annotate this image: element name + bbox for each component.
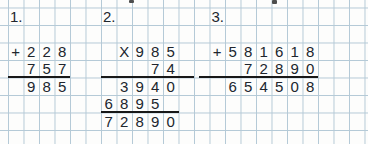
digit-cell: 8 — [303, 78, 319, 96]
digit-cell: 8 — [148, 43, 164, 61]
digit-cell: 9 — [148, 113, 164, 131]
digit-cell: 8 — [303, 43, 319, 61]
digit-cell: 6 — [225, 78, 241, 96]
digit-cell: 8 — [241, 43, 257, 61]
digit-cell: 5 — [55, 78, 71, 96]
digit-cell: 2 — [24, 43, 40, 61]
digit-cell: 2 — [39, 43, 55, 61]
answer-line — [199, 76, 318, 78]
digit-cell: 7 — [101, 113, 117, 131]
digit-cell: 4 — [148, 78, 164, 96]
digit-cell: 0 — [163, 78, 179, 96]
digit-cell: 5 — [241, 78, 257, 96]
digit-cell: 8 — [55, 43, 71, 61]
digit-cell: 9 — [132, 78, 148, 96]
answer-line — [8, 76, 70, 78]
digit-cell: 1 — [256, 43, 272, 61]
problem-number-label: 2. — [101, 8, 134, 26]
digit-cell: 9 — [24, 78, 40, 96]
digit-cell: 5 — [148, 95, 164, 113]
digit-cell: 2 — [117, 113, 133, 131]
worksheet-grid: 1.2.3.+228X985+5816187577472890985394065… — [0, 0, 368, 144]
digit-cell: 9 — [132, 95, 148, 113]
operator-cell: + — [210, 43, 226, 61]
problem-number-label: 3. — [210, 8, 243, 26]
digit-cell: 9 — [132, 43, 148, 61]
operator-cell: X — [117, 43, 133, 61]
digit-cell: 5 — [225, 43, 241, 61]
digit-cell: 0 — [163, 113, 179, 131]
digit-cell: 6 — [272, 43, 288, 61]
digit-cell: 6 — [101, 95, 117, 113]
digit-cell: 5 — [163, 43, 179, 61]
digit-cell: 1 — [287, 43, 303, 61]
digit-cell: 8 — [132, 113, 148, 131]
digit-cell: 5 — [272, 78, 288, 96]
digit-cell: 0 — [287, 78, 303, 96]
digit-cell: 8 — [39, 78, 55, 96]
digit-cell: 4 — [256, 78, 272, 96]
digit-cell: 3 — [117, 78, 133, 96]
answer-line — [101, 111, 179, 113]
problem-number-label: 1. — [8, 8, 41, 26]
stray-mark — [272, 0, 277, 4]
digit-cell: 8 — [117, 95, 133, 113]
answer-line — [101, 76, 194, 78]
stray-mark — [129, 0, 134, 3]
operator-cell: + — [8, 43, 24, 61]
